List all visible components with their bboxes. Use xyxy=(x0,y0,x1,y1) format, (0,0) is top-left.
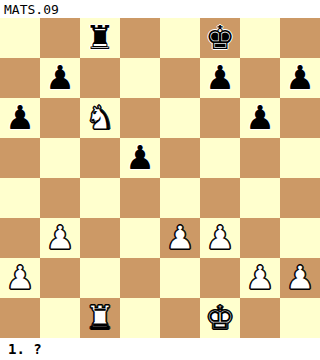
square-c5[interactable] xyxy=(80,138,120,178)
white-pawn[interactable]: ♟ xyxy=(5,261,35,294)
title-bar: MATS.09 xyxy=(0,0,320,18)
square-h7[interactable]: ♟ xyxy=(280,58,320,98)
square-f5[interactable] xyxy=(200,138,240,178)
black-king[interactable]: ♚ xyxy=(205,21,235,54)
black-pawn[interactable]: ♟ xyxy=(125,141,155,174)
square-e8[interactable] xyxy=(160,18,200,58)
square-b3[interactable]: ♟ xyxy=(40,218,80,258)
black-pawn[interactable]: ♟ xyxy=(205,61,235,94)
square-a1[interactable] xyxy=(0,298,40,338)
black-pawn[interactable]: ♟ xyxy=(285,61,315,94)
black-pawn[interactable]: ♟ xyxy=(45,61,75,94)
square-e6[interactable] xyxy=(160,98,200,138)
square-e5[interactable] xyxy=(160,138,200,178)
square-g3[interactable] xyxy=(240,218,280,258)
square-f3[interactable]: ♟ xyxy=(200,218,240,258)
white-pawn[interactable]: ♟ xyxy=(205,221,235,254)
chess-board: ♜♚♟♟♟♟♞♟♟♟♟♟♟♟♟♜♚ xyxy=(0,18,320,338)
square-c7[interactable] xyxy=(80,58,120,98)
square-d3[interactable] xyxy=(120,218,160,258)
square-f8[interactable]: ♚ xyxy=(200,18,240,58)
square-g4[interactable] xyxy=(240,178,280,218)
white-pawn[interactable]: ♟ xyxy=(165,221,195,254)
square-a6[interactable]: ♟ xyxy=(0,98,40,138)
puzzle-title: MATS.09 xyxy=(4,2,59,17)
square-h2[interactable]: ♟ xyxy=(280,258,320,298)
black-pawn[interactable]: ♟ xyxy=(5,101,35,134)
white-knight[interactable]: ♞ xyxy=(85,101,115,134)
square-d4[interactable] xyxy=(120,178,160,218)
square-a8[interactable] xyxy=(0,18,40,58)
white-king[interactable]: ♚ xyxy=(205,301,235,334)
white-pawn[interactable]: ♟ xyxy=(285,261,315,294)
white-rook[interactable]: ♜ xyxy=(85,301,115,334)
square-b7[interactable]: ♟ xyxy=(40,58,80,98)
black-rook[interactable]: ♜ xyxy=(85,21,115,54)
square-f4[interactable] xyxy=(200,178,240,218)
square-a4[interactable] xyxy=(0,178,40,218)
square-c3[interactable] xyxy=(80,218,120,258)
square-b2[interactable] xyxy=(40,258,80,298)
black-pawn[interactable]: ♟ xyxy=(245,101,275,134)
square-a2[interactable]: ♟ xyxy=(0,258,40,298)
square-b4[interactable] xyxy=(40,178,80,218)
square-h5[interactable] xyxy=(280,138,320,178)
white-pawn[interactable]: ♟ xyxy=(45,221,75,254)
square-g5[interactable] xyxy=(240,138,280,178)
square-f6[interactable] xyxy=(200,98,240,138)
square-b8[interactable] xyxy=(40,18,80,58)
square-d6[interactable] xyxy=(120,98,160,138)
square-g2[interactable]: ♟ xyxy=(240,258,280,298)
square-e4[interactable] xyxy=(160,178,200,218)
square-g1[interactable] xyxy=(240,298,280,338)
bottom-bar: 1. ? xyxy=(0,338,320,360)
square-h3[interactable] xyxy=(280,218,320,258)
square-d7[interactable] xyxy=(120,58,160,98)
square-b6[interactable] xyxy=(40,98,80,138)
square-c4[interactable] xyxy=(80,178,120,218)
square-c1[interactable]: ♜ xyxy=(80,298,120,338)
square-a5[interactable] xyxy=(0,138,40,178)
square-h4[interactable] xyxy=(280,178,320,218)
square-c2[interactable] xyxy=(80,258,120,298)
square-g8[interactable] xyxy=(240,18,280,58)
white-pawn[interactable]: ♟ xyxy=(245,261,275,294)
square-b5[interactable] xyxy=(40,138,80,178)
square-f2[interactable] xyxy=(200,258,240,298)
square-d2[interactable] xyxy=(120,258,160,298)
square-g7[interactable] xyxy=(240,58,280,98)
square-a3[interactable] xyxy=(0,218,40,258)
square-f7[interactable]: ♟ xyxy=(200,58,240,98)
square-h1[interactable] xyxy=(280,298,320,338)
square-c6[interactable]: ♞ xyxy=(80,98,120,138)
square-e2[interactable] xyxy=(160,258,200,298)
square-d5[interactable]: ♟ xyxy=(120,138,160,178)
square-c8[interactable]: ♜ xyxy=(80,18,120,58)
square-a7[interactable] xyxy=(0,58,40,98)
square-e3[interactable]: ♟ xyxy=(160,218,200,258)
square-h6[interactable] xyxy=(280,98,320,138)
square-d8[interactable] xyxy=(120,18,160,58)
square-h8[interactable] xyxy=(280,18,320,58)
square-b1[interactable] xyxy=(40,298,80,338)
square-e1[interactable] xyxy=(160,298,200,338)
square-e7[interactable] xyxy=(160,58,200,98)
square-d1[interactable] xyxy=(120,298,160,338)
square-g6[interactable]: ♟ xyxy=(240,98,280,138)
move-prompt: 1. ? xyxy=(8,341,42,357)
square-f1[interactable]: ♚ xyxy=(200,298,240,338)
